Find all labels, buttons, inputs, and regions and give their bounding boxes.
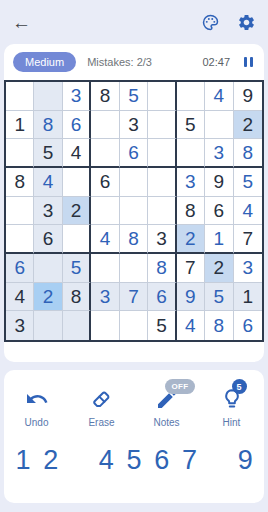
numpad-3-completed bbox=[65, 445, 93, 476]
cell-r4c6[interactable] bbox=[148, 168, 176, 197]
undo-label: Undo bbox=[25, 417, 49, 428]
undo-button[interactable]: Undo bbox=[4, 387, 69, 428]
cell-r4c8[interactable]: 9 bbox=[205, 168, 233, 197]
cell-r2c8[interactable] bbox=[205, 111, 233, 140]
cell-r1c2[interactable] bbox=[34, 82, 62, 111]
cell-r3c8[interactable]: 3 bbox=[205, 139, 233, 168]
cell-r7c8[interactable]: 2 bbox=[205, 254, 233, 283]
cell-r8c5[interactable]: 7 bbox=[120, 283, 148, 312]
notes-label: Notes bbox=[153, 417, 179, 428]
status-row: Medium Mistakes: 2/3 02:47 bbox=[4, 44, 264, 80]
cell-r1c3[interactable]: 3 bbox=[63, 82, 91, 111]
cell-r7c9[interactable]: 3 bbox=[234, 254, 262, 283]
cell-r9c4[interactable] bbox=[91, 311, 119, 340]
cell-r7c5[interactable] bbox=[120, 254, 148, 283]
cell-r1c6[interactable] bbox=[148, 82, 176, 111]
cell-r3c7[interactable] bbox=[177, 139, 205, 168]
cell-r5c9[interactable]: 4 bbox=[234, 197, 262, 226]
tool-card: Undo Erase Notes OFF bbox=[4, 370, 264, 503]
hint-count-badge: 5 bbox=[232, 379, 247, 394]
palette-icon bbox=[201, 13, 220, 32]
cell-r4c1[interactable]: 8 bbox=[6, 168, 34, 197]
cell-r3c5[interactable]: 6 bbox=[120, 139, 148, 168]
timer-label: 02:47 bbox=[202, 56, 230, 68]
cell-r3c4[interactable] bbox=[91, 139, 119, 168]
pause-icon bbox=[244, 57, 247, 67]
cell-r4c7[interactable]: 3 bbox=[177, 168, 205, 197]
cell-r3c6[interactable] bbox=[148, 139, 176, 168]
top-app-bar: ← bbox=[0, 0, 268, 44]
cell-r4c5[interactable] bbox=[120, 168, 148, 197]
cell-r2c4[interactable] bbox=[91, 111, 119, 140]
cell-r1c7[interactable] bbox=[177, 82, 205, 111]
sudoku-board: 3854918635254638846395328646483217658723… bbox=[4, 80, 264, 342]
cell-r6c4[interactable]: 4 bbox=[91, 225, 119, 254]
cell-r6c8[interactable]: 1 bbox=[205, 225, 233, 254]
mistakes-label: Mistakes: 2/3 bbox=[87, 56, 152, 68]
cell-r6c9[interactable]: 7 bbox=[234, 225, 262, 254]
gear-icon bbox=[237, 13, 256, 32]
cell-r8c8[interactable]: 5 bbox=[205, 283, 233, 312]
cell-r2c2[interactable]: 8 bbox=[34, 111, 62, 140]
cell-r9c9[interactable]: 6 bbox=[234, 311, 262, 340]
pause-button[interactable] bbox=[242, 55, 255, 69]
notes-button[interactable]: Notes OFF bbox=[134, 387, 199, 428]
cell-r3c9[interactable]: 8 bbox=[234, 139, 262, 168]
erase-label: Erase bbox=[88, 417, 114, 428]
cell-r6c1[interactable] bbox=[6, 225, 34, 254]
cell-r1c9[interactable]: 9 bbox=[234, 82, 262, 111]
toolbar: Undo Erase Notes OFF bbox=[4, 387, 264, 428]
cell-r4c9[interactable]: 5 bbox=[234, 168, 262, 197]
cell-r8c4[interactable]: 3 bbox=[91, 283, 119, 312]
numpad-4[interactable]: 4 bbox=[92, 445, 120, 476]
game-card: Medium Mistakes: 2/3 02:47 3854918635254… bbox=[4, 44, 264, 362]
cell-r2c3[interactable]: 6 bbox=[63, 111, 91, 140]
cell-r2c1[interactable]: 1 bbox=[6, 111, 34, 140]
numpad-9[interactable]: 9 bbox=[231, 445, 259, 476]
theme-palette-button[interactable] bbox=[200, 12, 220, 32]
card-footer-space bbox=[4, 342, 264, 362]
numpad-8-completed bbox=[203, 445, 231, 476]
cell-r6c5[interactable]: 8 bbox=[120, 225, 148, 254]
back-button[interactable]: ← bbox=[12, 13, 31, 32]
cell-r1c4[interactable]: 8 bbox=[91, 82, 119, 111]
cell-r3c1[interactable] bbox=[6, 139, 34, 168]
numpad-2[interactable]: 2 bbox=[37, 445, 65, 476]
cell-r8c2[interactable]: 2 bbox=[34, 283, 62, 312]
cell-r9c2[interactable] bbox=[34, 311, 62, 340]
cell-r2c9[interactable]: 2 bbox=[234, 111, 262, 140]
cell-r9c7[interactable]: 4 bbox=[177, 311, 205, 340]
cell-r8c3[interactable]: 8 bbox=[63, 283, 91, 312]
pause-icon bbox=[250, 57, 253, 67]
cell-r6c6[interactable]: 3 bbox=[148, 225, 176, 254]
cell-r9c5[interactable] bbox=[120, 311, 148, 340]
cell-r2c6[interactable] bbox=[148, 111, 176, 140]
numpad-7[interactable]: 7 bbox=[176, 445, 204, 476]
cell-r6c7[interactable]: 2 bbox=[177, 225, 205, 254]
cell-r9c1[interactable]: 3 bbox=[6, 311, 34, 340]
cell-r9c3[interactable] bbox=[63, 311, 91, 340]
cell-r8c6[interactable]: 6 bbox=[148, 283, 176, 312]
undo-icon bbox=[25, 387, 49, 411]
cell-r7c6[interactable]: 8 bbox=[148, 254, 176, 283]
cell-r7c3[interactable]: 5 bbox=[63, 254, 91, 283]
cell-r6c2[interactable]: 6 bbox=[34, 225, 62, 254]
cell-r9c6[interactable]: 5 bbox=[148, 311, 176, 340]
numpad-5[interactable]: 5 bbox=[120, 445, 148, 476]
cell-r1c5[interactable]: 5 bbox=[120, 82, 148, 111]
cell-r2c5[interactable]: 3 bbox=[120, 111, 148, 140]
cell-r5c1[interactable] bbox=[6, 197, 34, 226]
cell-r6c3[interactable] bbox=[63, 225, 91, 254]
numpad-6[interactable]: 6 bbox=[148, 445, 176, 476]
card-gap bbox=[0, 362, 268, 370]
numpad-1[interactable]: 1 bbox=[9, 445, 37, 476]
cell-r3c3[interactable]: 4 bbox=[63, 139, 91, 168]
cell-r5c6[interactable] bbox=[148, 197, 176, 226]
cell-r4c3[interactable] bbox=[63, 168, 91, 197]
cell-r8c1[interactable]: 4 bbox=[6, 283, 34, 312]
cell-r5c8[interactable]: 6 bbox=[205, 197, 233, 226]
cell-r1c8[interactable]: 4 bbox=[205, 82, 233, 111]
cell-r5c4[interactable] bbox=[91, 197, 119, 226]
cell-r3c2[interactable]: 5 bbox=[34, 139, 62, 168]
eraser-icon bbox=[90, 387, 114, 411]
cell-r9c8[interactable]: 8 bbox=[205, 311, 233, 340]
cell-r5c2[interactable]: 3 bbox=[34, 197, 62, 226]
settings-button[interactable] bbox=[236, 12, 256, 32]
erase-button[interactable]: Erase bbox=[69, 387, 134, 428]
cell-r5c3[interactable]: 2 bbox=[63, 197, 91, 226]
cell-r7c1[interactable]: 6 bbox=[6, 254, 34, 283]
numpad: 1 2 4 5 6 7 9 bbox=[4, 445, 264, 476]
cell-r7c4[interactable] bbox=[91, 254, 119, 283]
cell-r8c7[interactable]: 9 bbox=[177, 283, 205, 312]
cell-r1c1[interactable] bbox=[6, 82, 34, 111]
cell-r5c7[interactable]: 8 bbox=[177, 197, 205, 226]
cell-r8c9[interactable]: 1 bbox=[234, 283, 262, 312]
cell-r4c4[interactable]: 6 bbox=[91, 168, 119, 197]
cell-r2c7[interactable]: 5 bbox=[177, 111, 205, 140]
cell-r4c2[interactable]: 4 bbox=[34, 168, 62, 197]
notes-off-badge: OFF bbox=[165, 379, 196, 394]
difficulty-badge[interactable]: Medium bbox=[13, 52, 76, 72]
cell-r7c7[interactable]: 7 bbox=[177, 254, 205, 283]
hint-button[interactable]: Hint 5 bbox=[199, 387, 264, 428]
cell-r7c2[interactable] bbox=[34, 254, 62, 283]
hint-label: Hint bbox=[223, 417, 241, 428]
cell-r5c5[interactable] bbox=[120, 197, 148, 226]
